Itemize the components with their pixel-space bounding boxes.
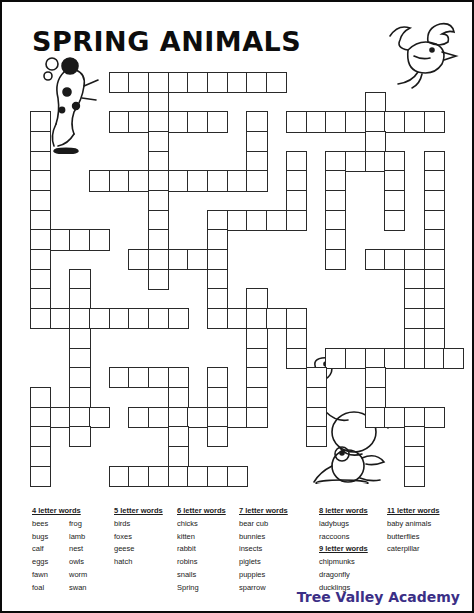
word-item: bear cub <box>239 519 268 528</box>
word-item: foal <box>32 583 44 592</box>
list-heading-11-letter-words: 11 letter words <box>387 506 440 515</box>
word-item: puppies <box>239 570 265 579</box>
word-item: foxes <box>114 532 132 541</box>
word-item: frog <box>69 519 82 528</box>
word-item: Spring <box>177 583 199 592</box>
word-item: bunnies <box>239 532 265 541</box>
word-item: piglets <box>239 557 261 566</box>
word-item: caterpillar <box>387 544 420 553</box>
word-item: snails <box>177 570 196 579</box>
word-item: sparrow <box>239 583 266 592</box>
word-item: nest <box>69 544 83 553</box>
word-item: geese <box>114 544 134 553</box>
word-item: butterflies <box>387 532 420 541</box>
word-item: baby animals <box>387 519 431 528</box>
list-heading-5-letter-words: 5 letter words <box>114 506 163 515</box>
word-item: chicks <box>177 519 198 528</box>
word-item: chipmunks <box>319 557 355 566</box>
word-item: owls <box>69 557 84 566</box>
list-heading-6-letter-words: 6 letter words <box>177 506 226 515</box>
word-item: raccoons <box>319 532 349 541</box>
worksheet-page: SPRING ANIMALS <box>0 0 474 613</box>
word-item: worm <box>69 570 87 579</box>
list-heading-7-letter-words: 7 letter words <box>239 506 288 515</box>
word-item: calf <box>32 544 44 553</box>
list-heading-9-letter-words: 9 letter words <box>319 544 368 553</box>
word-item: hatch <box>114 557 132 566</box>
footer-brand: Tree Valley Academy <box>297 589 460 605</box>
list-heading-8-letter-words: 8 letter words <box>319 506 368 515</box>
word-item: ladybugs <box>319 519 349 528</box>
word-item: rabbit <box>177 544 196 553</box>
word-item: robins <box>177 557 197 566</box>
word-item: eggs <box>32 557 48 566</box>
list-heading-4-letter-words: 4 letter words <box>32 506 81 515</box>
word-item: birds <box>114 519 130 528</box>
word-item: kitten <box>177 532 195 541</box>
word-item: swan <box>69 583 87 592</box>
word-item: insects <box>239 544 262 553</box>
word-item: dragonfly <box>319 570 350 579</box>
word-item: fawn <box>32 570 48 579</box>
word-lists: 4 letter wordsbeesbugscalfeggsfawnfoalfr… <box>2 2 474 613</box>
word-item: lamb <box>69 532 85 541</box>
word-item: bees <box>32 519 48 528</box>
word-item: bugs <box>32 532 48 541</box>
